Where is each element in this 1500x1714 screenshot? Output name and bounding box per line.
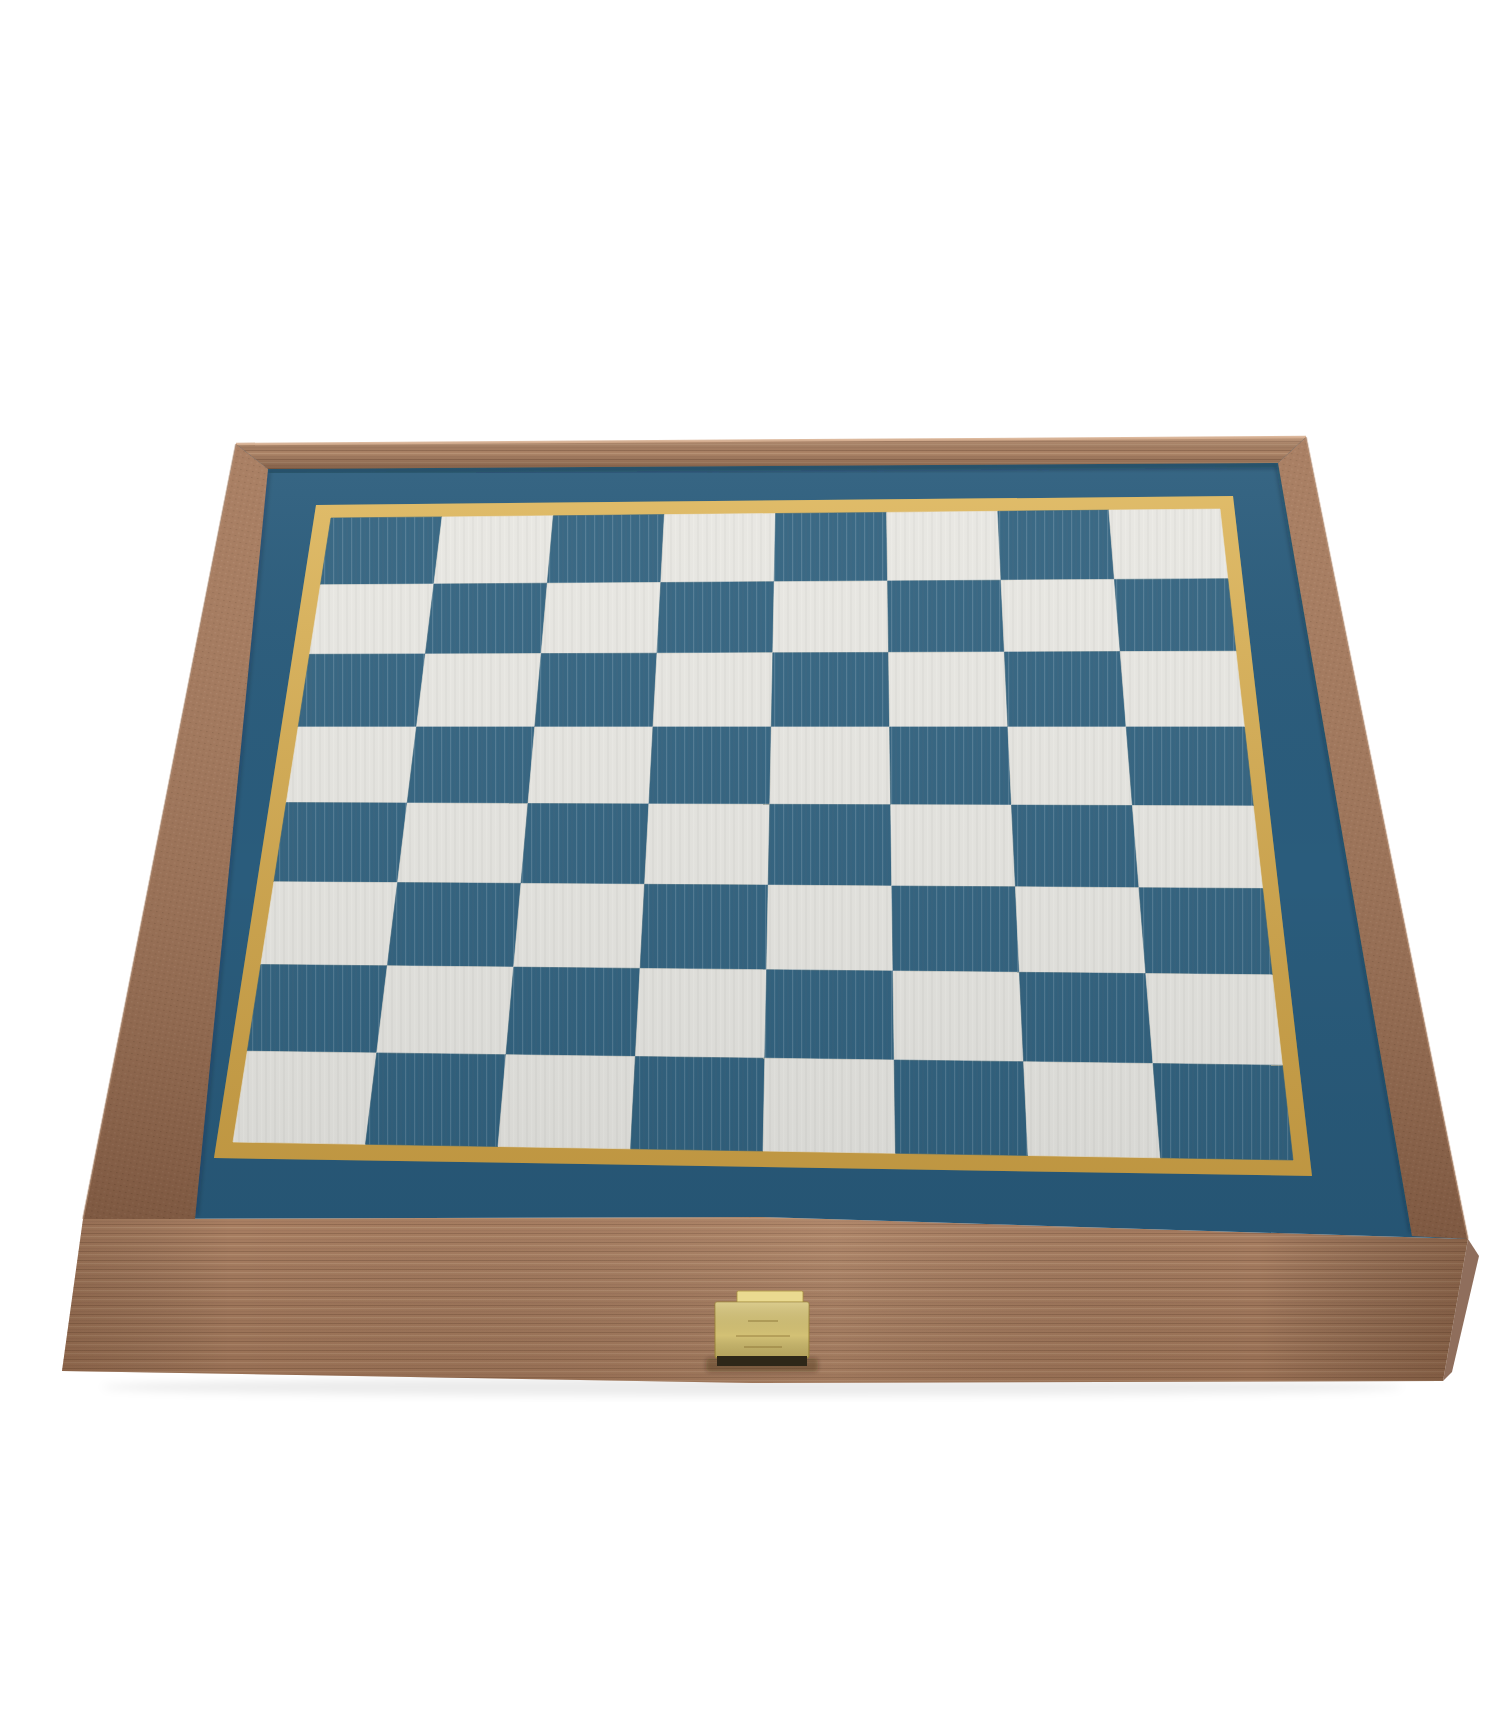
clasp-shadow-strip [717,1356,807,1366]
brass-clasp [706,1291,818,1372]
product-photo-chess-case [0,0,1500,1714]
board-depth-shading [233,509,1293,1160]
chess-case-scene [0,0,1500,1714]
